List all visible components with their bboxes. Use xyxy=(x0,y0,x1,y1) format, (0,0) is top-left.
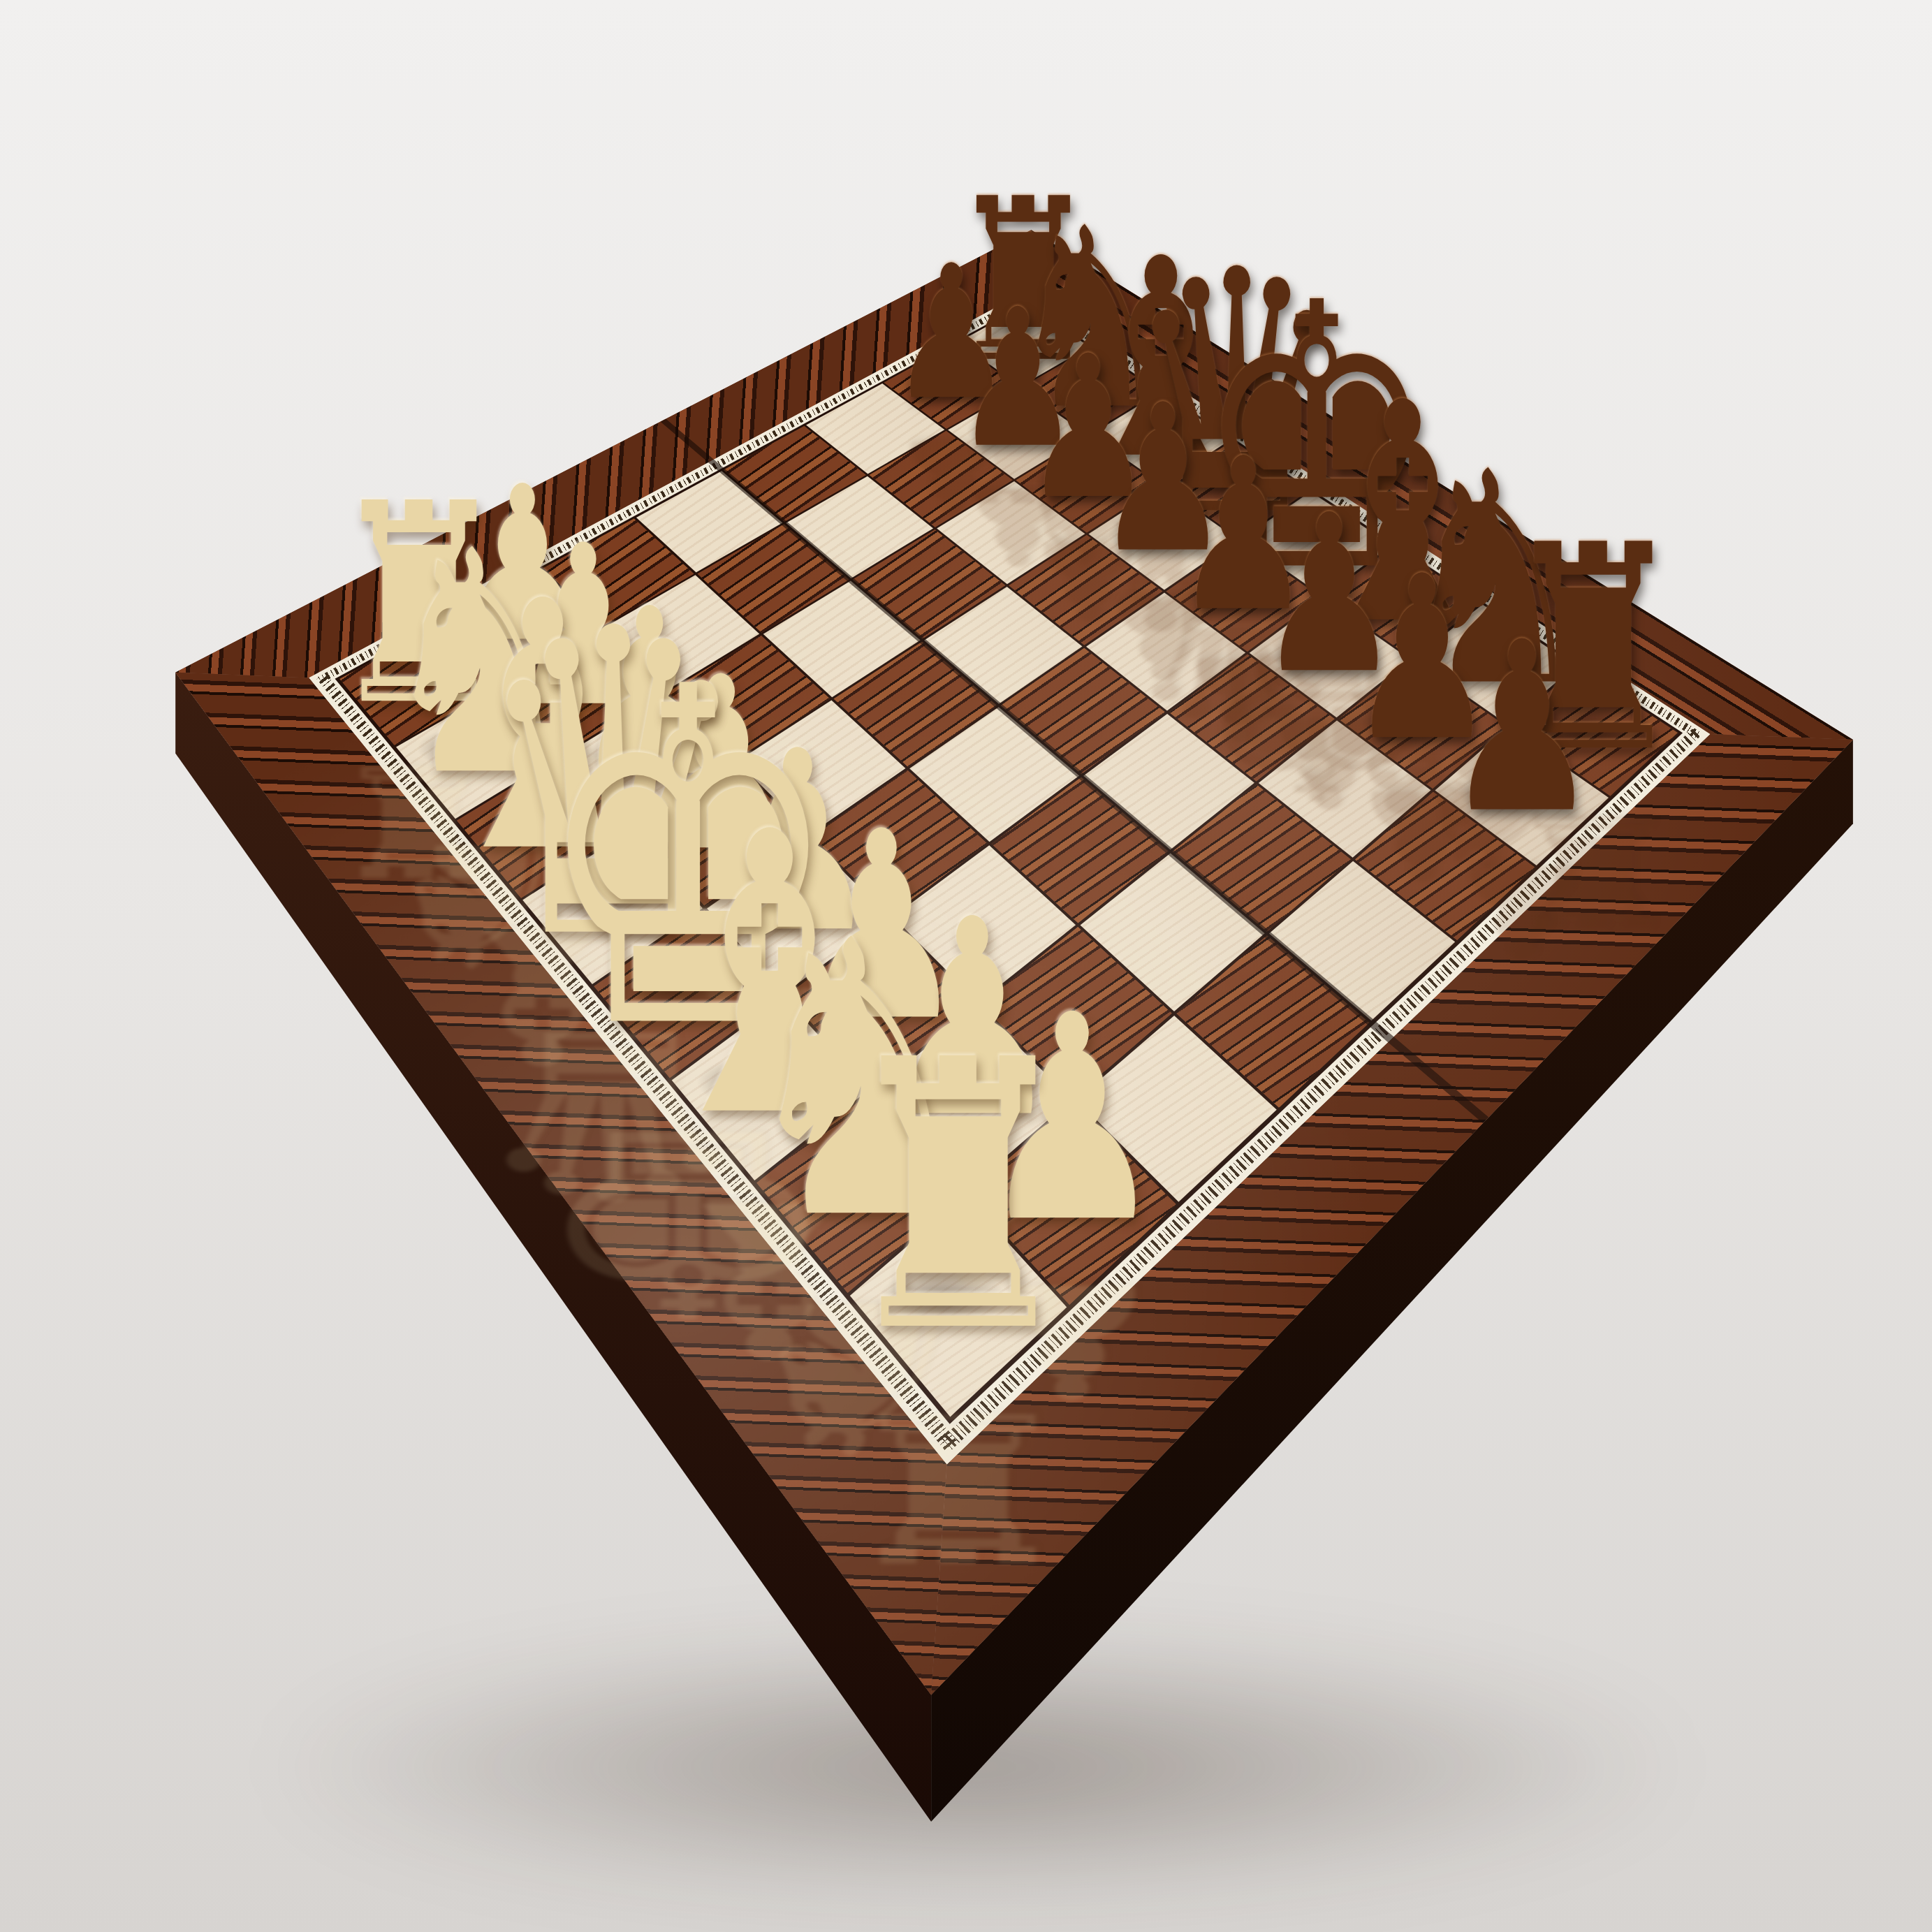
piece-reflection-h7: ♟ xyxy=(1444,845,1600,974)
piece-reflection-h1: ♜ xyxy=(835,1383,1081,1587)
piece-black-pawn-h7: ♟ xyxy=(1444,611,1600,846)
chess-scene: ♜♜♞♞♝♝♛♛♚♚♝♝♞♞♜♜♟♟♟♟♟♟♟♟♟♟♟♟♟♟♟♟♟♟♟♟♟♟♟♟… xyxy=(0,0,1932,1932)
piece-white-rook-h1: ♜ xyxy=(835,1013,1081,1383)
screenshot-root: ♜♜♞♞♝♝♛♛♚♚♝♝♞♞♜♜♟♟♟♟♟♟♟♟♟♟♟♟♟♟♟♟♟♟♟♟♟♟♟♟… xyxy=(0,0,1932,1932)
